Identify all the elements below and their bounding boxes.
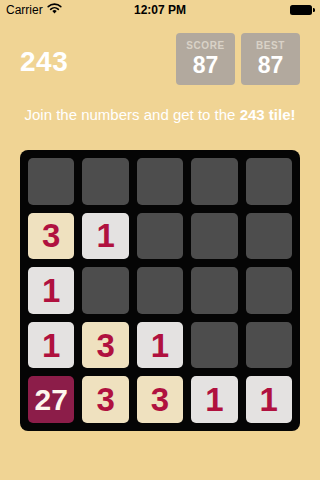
empty-cell [246,158,292,205]
tile-1: 1 [137,322,183,369]
score-boxes: SCORE 87 BEST 87 [176,33,300,85]
empty-cell [137,213,183,260]
battery-icon [290,5,312,15]
wifi-icon [47,3,62,17]
empty-cell [246,213,292,260]
tile-27: 27 [28,376,74,423]
empty-cell [82,158,128,205]
status-bar-right [290,5,314,15]
tile-1: 1 [246,376,292,423]
status-bar: Carrier 12:07 PM [0,0,320,20]
tile-1: 1 [191,376,237,423]
empty-cell [137,158,183,205]
best-label: BEST [256,40,285,51]
tagline: Join the numbers and get to the 243 tile… [0,106,320,123]
tile-1: 1 [82,213,128,260]
tile-1: 1 [28,322,74,369]
empty-cell [191,267,237,314]
score-box: SCORE 87 [176,33,235,85]
tile-1: 1 [28,267,74,314]
tagline-prefix: Join the numbers and get to the [24,106,239,123]
best-box: BEST 87 [241,33,300,85]
empty-cell [191,213,237,260]
score-label: SCORE [186,40,225,51]
board-grid[interactable]: 311131273311 [20,150,300,431]
empty-cell [246,322,292,369]
header: 243 SCORE 87 BEST 87 [20,33,300,85]
empty-cell [137,267,183,314]
empty-cell [28,158,74,205]
empty-cell [191,322,237,369]
empty-cell [191,158,237,205]
empty-cell [82,267,128,314]
tagline-goal: 243 tile! [240,106,296,123]
tile-3: 3 [28,213,74,260]
best-value: 87 [258,52,284,79]
tile-3: 3 [137,376,183,423]
carrier-label: Carrier [6,3,43,17]
game-title: 243 [20,46,68,78]
tile-3: 3 [82,376,128,423]
tile-3: 3 [82,322,128,369]
score-value: 87 [193,52,219,79]
empty-cell [246,267,292,314]
status-bar-left: Carrier [6,3,62,17]
